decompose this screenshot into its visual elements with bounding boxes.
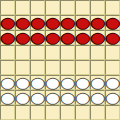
board-cell[interactable] bbox=[60, 60, 75, 75]
board-cell[interactable] bbox=[75, 0, 90, 15]
board-cell[interactable] bbox=[30, 0, 45, 15]
white-piece[interactable]: ● bbox=[61, 76, 75, 89]
board-cell[interactable] bbox=[0, 45, 15, 60]
board-cell[interactable] bbox=[75, 105, 90, 120]
red-piece[interactable]: ● bbox=[1, 16, 15, 29]
board-cell[interactable]: ● bbox=[0, 75, 15, 90]
board-cell[interactable] bbox=[105, 45, 120, 60]
board-cell[interactable]: ● bbox=[15, 75, 30, 90]
board-cell[interactable]: ● bbox=[105, 15, 120, 30]
red-piece[interactable]: ● bbox=[91, 16, 105, 29]
red-piece[interactable]: ● bbox=[106, 16, 120, 29]
board-cell[interactable]: ● bbox=[90, 90, 105, 105]
white-piece[interactable]: ● bbox=[1, 76, 15, 89]
red-piece[interactable]: ● bbox=[76, 31, 90, 44]
white-piece[interactable]: ● bbox=[91, 91, 105, 104]
red-piece[interactable]: ● bbox=[31, 31, 45, 44]
board-cell[interactable]: ● bbox=[75, 90, 90, 105]
white-piece[interactable]: ● bbox=[46, 91, 60, 104]
white-piece[interactable]: ● bbox=[31, 76, 45, 89]
board-cell[interactable] bbox=[15, 105, 30, 120]
board-cell[interactable]: ● bbox=[45, 75, 60, 90]
board-cell[interactable]: ● bbox=[105, 90, 120, 105]
board-cell[interactable] bbox=[0, 105, 15, 120]
board-cell[interactable]: ● bbox=[60, 15, 75, 30]
board-cell[interactable] bbox=[90, 0, 105, 15]
board-cell[interactable] bbox=[105, 105, 120, 120]
white-piece[interactable]: ● bbox=[76, 76, 90, 89]
board-cell[interactable] bbox=[75, 60, 90, 75]
board-cell[interactable] bbox=[15, 45, 30, 60]
board-cell[interactable] bbox=[45, 60, 60, 75]
board-cell[interactable]: ● bbox=[75, 30, 90, 45]
red-piece[interactable]: ● bbox=[1, 31, 15, 44]
board-cell[interactable]: ● bbox=[30, 90, 45, 105]
board-cell[interactable]: ● bbox=[0, 90, 15, 105]
board-cell[interactable] bbox=[30, 60, 45, 75]
board-cell[interactable] bbox=[105, 0, 120, 15]
red-piece[interactable]: ● bbox=[106, 31, 120, 44]
board-cell[interactable] bbox=[60, 105, 75, 120]
board-cell[interactable] bbox=[90, 105, 105, 120]
red-piece[interactable]: ● bbox=[46, 31, 60, 44]
white-piece[interactable]: ● bbox=[46, 76, 60, 89]
board-cell[interactable]: ● bbox=[30, 30, 45, 45]
board-cell[interactable]: ● bbox=[0, 15, 15, 30]
red-piece[interactable]: ● bbox=[31, 16, 45, 29]
red-piece[interactable]: ● bbox=[16, 31, 30, 44]
board-cell[interactable]: ● bbox=[75, 15, 90, 30]
white-piece[interactable]: ● bbox=[106, 76, 120, 89]
board-cell[interactable] bbox=[45, 45, 60, 60]
board-cell[interactable]: ● bbox=[0, 30, 15, 45]
board-cell[interactable] bbox=[90, 45, 105, 60]
red-piece[interactable]: ● bbox=[16, 16, 30, 29]
board-cell[interactable]: ● bbox=[90, 15, 105, 30]
red-piece[interactable]: ● bbox=[46, 16, 60, 29]
board-cell[interactable] bbox=[75, 45, 90, 60]
board-cell[interactable] bbox=[60, 0, 75, 15]
board-cell[interactable] bbox=[15, 60, 30, 75]
board-cell[interactable]: ● bbox=[45, 30, 60, 45]
board-cell[interactable]: ● bbox=[45, 15, 60, 30]
white-piece[interactable]: ● bbox=[76, 91, 90, 104]
board-cell[interactable]: ● bbox=[30, 75, 45, 90]
board-cell[interactable]: ● bbox=[45, 90, 60, 105]
board-cell[interactable] bbox=[0, 0, 15, 15]
white-piece[interactable]: ● bbox=[16, 91, 30, 104]
board-cell[interactable]: ● bbox=[60, 90, 75, 105]
white-piece[interactable]: ● bbox=[91, 76, 105, 89]
red-piece[interactable]: ● bbox=[91, 31, 105, 44]
board-cell[interactable]: ● bbox=[60, 30, 75, 45]
board-cell[interactable] bbox=[30, 105, 45, 120]
board-cell[interactable]: ● bbox=[15, 30, 30, 45]
board-cell[interactable]: ● bbox=[90, 30, 105, 45]
board-cell[interactable] bbox=[60, 45, 75, 60]
board-cell[interactable] bbox=[0, 60, 15, 75]
white-piece[interactable]: ● bbox=[16, 76, 30, 89]
board-cell[interactable]: ● bbox=[105, 75, 120, 90]
white-piece[interactable]: ● bbox=[1, 91, 15, 104]
red-piece[interactable]: ● bbox=[76, 16, 90, 29]
white-piece[interactable]: ● bbox=[61, 91, 75, 104]
board-cell[interactable] bbox=[105, 60, 120, 75]
red-piece[interactable]: ● bbox=[61, 16, 75, 29]
board-cell[interactable]: ● bbox=[90, 75, 105, 90]
board-cell[interactable] bbox=[45, 0, 60, 15]
board-cell[interactable]: ● bbox=[15, 15, 30, 30]
dama-board: ●●●●●●●●●●●●●●●●●●●●●●●●●●●●●●●● bbox=[0, 0, 120, 120]
white-piece[interactable]: ● bbox=[106, 91, 120, 104]
board-cell[interactable]: ● bbox=[105, 30, 120, 45]
board-cell[interactable] bbox=[45, 105, 60, 120]
board-cell[interactable]: ● bbox=[15, 90, 30, 105]
white-piece[interactable]: ● bbox=[31, 91, 45, 104]
board-cell[interactable] bbox=[15, 0, 30, 15]
board-cell[interactable]: ● bbox=[75, 75, 90, 90]
red-piece[interactable]: ● bbox=[61, 31, 75, 44]
board-cell[interactable]: ● bbox=[60, 75, 75, 90]
board-cell[interactable] bbox=[30, 45, 45, 60]
board-cell[interactable] bbox=[90, 60, 105, 75]
board-cell[interactable]: ● bbox=[30, 15, 45, 30]
